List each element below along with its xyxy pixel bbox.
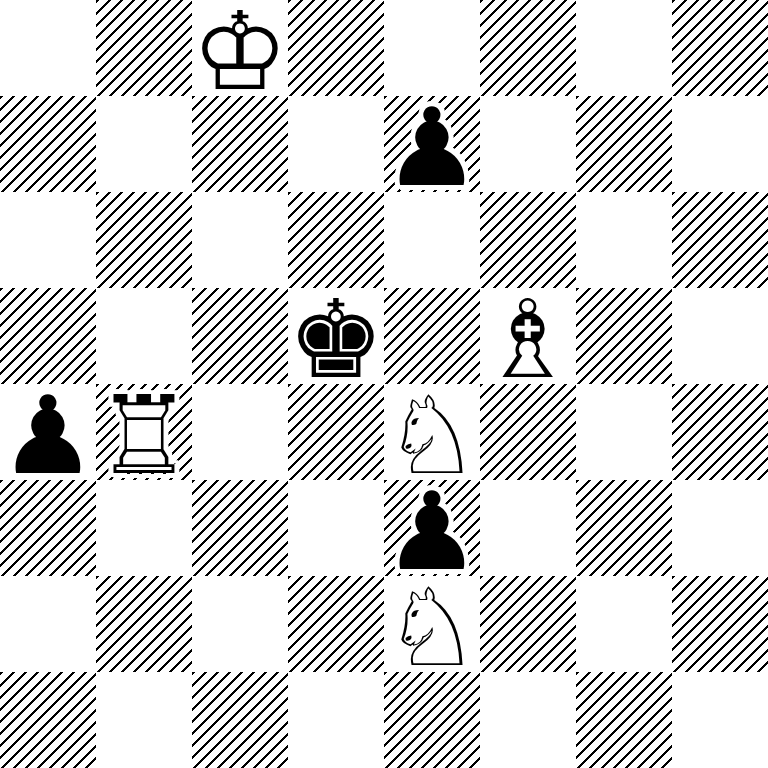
square-e1[interactable] [384,672,480,768]
square-d2[interactable] [288,576,384,672]
square-g1[interactable] [576,672,672,768]
square-b8[interactable] [96,0,192,96]
square-e3[interactable]: ♟ [384,480,480,576]
square-d4[interactable] [288,384,384,480]
square-f3[interactable] [480,480,576,576]
square-g5[interactable] [576,288,672,384]
white-rook-glyph: ♖ [96,388,192,484]
square-h5[interactable] [672,288,768,384]
square-a2[interactable] [0,576,96,672]
black-pawn-glyph: ♟ [0,388,96,484]
square-d8[interactable] [288,0,384,96]
square-d5[interactable]: ♚ [288,288,384,384]
square-d1[interactable] [288,672,384,768]
square-b7[interactable] [96,96,192,192]
square-e2[interactable]: ♞♘ [384,576,480,672]
square-c4[interactable] [192,384,288,480]
white-king[interactable]: ♚♔ [192,0,288,96]
square-a3[interactable] [0,480,96,576]
white-knight[interactable]: ♞♘ [384,576,480,672]
white-knight[interactable]: ♞♘ [384,384,480,480]
square-e7[interactable]: ♟ [384,96,480,192]
square-f6[interactable] [480,192,576,288]
square-b5[interactable] [96,288,192,384]
white-bishop-glyph: ♗ [480,292,576,388]
square-e8[interactable] [384,0,480,96]
square-g7[interactable] [576,96,672,192]
square-f7[interactable] [480,96,576,192]
square-a7[interactable] [0,96,96,192]
black-pawn[interactable]: ♟ [0,384,96,480]
white-king-glyph: ♔ [192,4,288,100]
square-c6[interactable] [192,192,288,288]
square-f1[interactable] [480,672,576,768]
black-pawn-glyph: ♟ [384,100,480,196]
square-h2[interactable] [672,576,768,672]
square-e6[interactable] [384,192,480,288]
white-knight-glyph: ♘ [384,580,480,676]
square-b1[interactable] [96,672,192,768]
square-c7[interactable] [192,96,288,192]
square-d3[interactable] [288,480,384,576]
square-e4[interactable]: ♞♘ [384,384,480,480]
square-b4[interactable]: ♜♖ [96,384,192,480]
square-g3[interactable] [576,480,672,576]
square-b3[interactable] [96,480,192,576]
square-c2[interactable] [192,576,288,672]
square-b6[interactable] [96,192,192,288]
square-a1[interactable] [0,672,96,768]
square-h4[interactable] [672,384,768,480]
square-e5[interactable] [384,288,480,384]
square-c1[interactable] [192,672,288,768]
square-g2[interactable] [576,576,672,672]
black-king-glyph: ♚ [288,292,384,388]
square-c8[interactable]: ♚♔ [192,0,288,96]
square-f8[interactable] [480,0,576,96]
square-h7[interactable] [672,96,768,192]
square-d7[interactable] [288,96,384,192]
square-h1[interactable] [672,672,768,768]
square-g8[interactable] [576,0,672,96]
white-bishop[interactable]: ♝♗ [480,288,576,384]
black-king[interactable]: ♚ [288,288,384,384]
square-a8[interactable] [0,0,96,96]
square-c5[interactable] [192,288,288,384]
square-a6[interactable] [0,192,96,288]
square-f2[interactable] [480,576,576,672]
square-a4[interactable]: ♟ [0,384,96,480]
square-h3[interactable] [672,480,768,576]
square-h6[interactable] [672,192,768,288]
square-a5[interactable] [0,288,96,384]
square-b2[interactable] [96,576,192,672]
square-h8[interactable] [672,0,768,96]
chess-board: ♚♔♟♚♝♗♟♜♖♞♘♟♞♘ [0,0,768,768]
white-rook[interactable]: ♜♖ [96,384,192,480]
black-pawn[interactable]: ♟ [384,96,480,192]
square-g6[interactable] [576,192,672,288]
square-f5[interactable]: ♝♗ [480,288,576,384]
square-f4[interactable] [480,384,576,480]
square-c3[interactable] [192,480,288,576]
square-g4[interactable] [576,384,672,480]
square-d6[interactable] [288,192,384,288]
black-pawn[interactable]: ♟ [384,480,480,576]
